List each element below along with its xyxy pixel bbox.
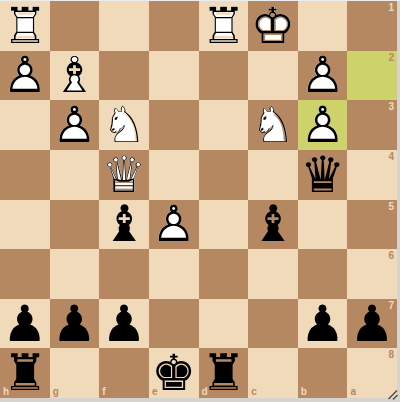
square-h2[interactable]: ♟♙: [0, 51, 50, 101]
square-h3[interactable]: [0, 100, 50, 150]
square-h8[interactable]: ♜h: [0, 348, 50, 398]
rank-label-6: 6: [388, 250, 394, 261]
square-b8[interactable]: b: [298, 348, 348, 398]
white-rook[interactable]: ♜: [0, 1, 50, 51]
square-g5[interactable]: [50, 200, 100, 250]
file-label-c: c: [251, 386, 257, 397]
square-a5[interactable]: 5: [347, 200, 397, 250]
file-label-g: g: [53, 386, 59, 397]
black-pawn[interactable]: ♟: [99, 299, 149, 349]
rank-label-3: 3: [388, 101, 394, 112]
white-pawn[interactable]: ♟: [0, 51, 50, 101]
square-e2[interactable]: [149, 51, 199, 101]
rank-label-8: 8: [388, 349, 394, 360]
square-e6[interactable]: [149, 249, 199, 299]
square-d7[interactable]: [199, 299, 249, 349]
file-label-d: d: [202, 386, 208, 397]
rank-label-7: 7: [388, 300, 394, 311]
square-c3[interactable]: ♞♘: [248, 100, 298, 150]
square-g8[interactable]: g: [50, 348, 100, 398]
square-b3[interactable]: ♟♙: [298, 100, 348, 150]
black-pawn[interactable]: ♟: [0, 299, 50, 349]
rank-label-4: 4: [388, 151, 394, 162]
square-b1[interactable]: [298, 1, 348, 51]
square-f1[interactable]: [99, 1, 149, 51]
square-b7[interactable]: ♟: [298, 299, 348, 349]
white-pawn[interactable]: ♟: [149, 200, 199, 250]
file-label-b: b: [301, 386, 307, 397]
square-a2[interactable]: 2: [347, 51, 397, 101]
square-d6[interactable]: [199, 249, 249, 299]
square-b4[interactable]: ♛: [298, 150, 348, 200]
black-pawn[interactable]: ♟: [50, 299, 100, 349]
white-rook[interactable]: ♜: [199, 1, 249, 51]
black-bishop[interactable]: ♝: [99, 200, 149, 250]
square-f3[interactable]: ♞♘: [99, 100, 149, 150]
square-c7[interactable]: [248, 299, 298, 349]
square-e7[interactable]: [149, 299, 199, 349]
square-d3[interactable]: [199, 100, 249, 150]
square-g1[interactable]: [50, 1, 100, 51]
square-h4[interactable]: [0, 150, 50, 200]
white-knight[interactable]: ♞: [248, 100, 298, 150]
file-label-a: a: [350, 386, 356, 397]
square-f2[interactable]: [99, 51, 149, 101]
square-b2[interactable]: ♟♙: [298, 51, 348, 101]
square-h7[interactable]: ♟: [0, 299, 50, 349]
file-label-f: f: [102, 386, 105, 397]
file-label-e: e: [152, 386, 158, 397]
white-knight[interactable]: ♞: [99, 100, 149, 150]
square-h5[interactable]: [0, 200, 50, 250]
square-g2[interactable]: ♝♗: [50, 51, 100, 101]
square-e1[interactable]: [149, 1, 199, 51]
square-f8[interactable]: f: [99, 348, 149, 398]
square-a4[interactable]: 4: [347, 150, 397, 200]
square-g3[interactable]: ♟♙: [50, 100, 100, 150]
square-c4[interactable]: [248, 150, 298, 200]
white-pawn[interactable]: ♟: [298, 100, 348, 150]
white-king[interactable]: ♚: [248, 1, 298, 51]
square-g6[interactable]: [50, 249, 100, 299]
square-c2[interactable]: [248, 51, 298, 101]
file-label-h: h: [3, 386, 9, 397]
chess-board: ♜♖♜♖♚♔1♟♙♝♗♟♙2♟♙♞♘♞♘♟♙3♛♕♛4♝♟♙♝56♟♟♟♟♟7♜…: [0, 1, 397, 398]
chess-board-widget: ♜♖♜♖♚♔1♟♙♝♗♟♙2♟♙♞♘♞♘♟♙3♛♕♛4♝♟♙♝56♟♟♟♟♟7♜…: [0, 0, 400, 402]
square-a1[interactable]: 1: [347, 1, 397, 51]
square-h1[interactable]: ♜♖: [0, 1, 50, 51]
square-f7[interactable]: ♟: [99, 299, 149, 349]
square-e3[interactable]: [149, 100, 199, 150]
square-e8[interactable]: ♚e: [149, 348, 199, 398]
square-c1[interactable]: ♚♔: [248, 1, 298, 51]
square-f5[interactable]: ♝: [99, 200, 149, 250]
square-b5[interactable]: [298, 200, 348, 250]
square-e4[interactable]: [149, 150, 199, 200]
square-f6[interactable]: [99, 249, 149, 299]
black-queen[interactable]: ♛: [298, 150, 348, 200]
square-a3[interactable]: 3: [347, 100, 397, 150]
white-bishop[interactable]: ♝: [50, 51, 100, 101]
black-pawn[interactable]: ♟: [298, 299, 348, 349]
square-c6[interactable]: [248, 249, 298, 299]
square-g7[interactable]: ♟: [50, 299, 100, 349]
white-queen[interactable]: ♛: [99, 150, 149, 200]
square-d5[interactable]: [199, 200, 249, 250]
square-d8[interactable]: ♜d: [199, 348, 249, 398]
square-d4[interactable]: [199, 150, 249, 200]
white-pawn[interactable]: ♟: [50, 100, 100, 150]
square-h6[interactable]: [0, 249, 50, 299]
resize-handle-icon[interactable]: [386, 388, 398, 400]
square-a6[interactable]: 6: [347, 249, 397, 299]
rank-label-1: 1: [388, 2, 394, 13]
square-c8[interactable]: c: [248, 348, 298, 398]
square-d2[interactable]: [199, 51, 249, 101]
square-f4[interactable]: ♛♕: [99, 150, 149, 200]
square-e5[interactable]: ♟♙: [149, 200, 199, 250]
black-bishop[interactable]: ♝: [248, 200, 298, 250]
white-pawn[interactable]: ♟: [298, 51, 348, 101]
rank-label-2: 2: [388, 52, 394, 63]
square-g4[interactable]: [50, 150, 100, 200]
square-a7[interactable]: ♟7: [347, 299, 397, 349]
square-c5[interactable]: ♝: [248, 200, 298, 250]
rank-label-5: 5: [388, 201, 394, 212]
square-d1[interactable]: ♜♖: [199, 1, 249, 51]
square-b6[interactable]: [298, 249, 348, 299]
